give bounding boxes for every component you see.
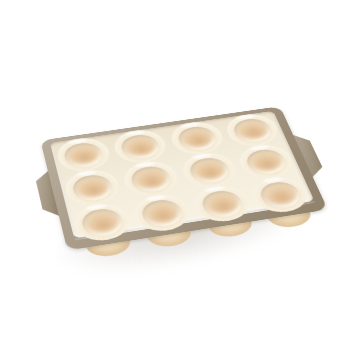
- cup-r2-c1: [62, 167, 123, 208]
- cup-r1-c1: [54, 135, 113, 174]
- product-stage: [0, 0, 360, 360]
- cup-r1-c2: [111, 127, 171, 166]
- cup-r1-c3: [167, 119, 228, 157]
- cup-r2-c2: [120, 158, 182, 199]
- cup-r1-c4: [222, 111, 284, 149]
- cup-r2-c3: [178, 150, 241, 190]
- cup-r2-c4: [235, 142, 299, 182]
